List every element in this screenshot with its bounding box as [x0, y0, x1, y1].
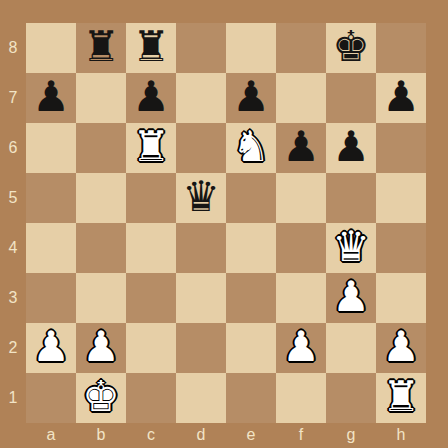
- square-h4[interactable]: [376, 223, 426, 273]
- square-d1[interactable]: [176, 373, 226, 423]
- square-a1[interactable]: [26, 373, 76, 423]
- black-rook-b8: ♜: [82, 26, 120, 68]
- square-e1[interactable]: [226, 373, 276, 423]
- black-pawn-a7: ♟: [32, 76, 70, 118]
- square-f5[interactable]: [276, 173, 326, 223]
- square-g7[interactable]: [326, 73, 376, 123]
- square-c7[interactable]: ♟: [126, 73, 176, 123]
- square-e7[interactable]: ♟: [226, 73, 276, 123]
- rank-label-8: 8: [0, 23, 26, 73]
- square-d6[interactable]: [176, 123, 226, 173]
- square-b5[interactable]: [76, 173, 126, 223]
- file-label-d: d: [176, 423, 226, 448]
- square-b2[interactable]: ♟: [76, 323, 126, 373]
- square-e3[interactable]: [226, 273, 276, 323]
- square-d5[interactable]: ♛: [176, 173, 226, 223]
- file-label-a: a: [26, 423, 76, 448]
- square-c3[interactable]: [126, 273, 176, 323]
- square-c1[interactable]: [126, 373, 176, 423]
- black-queen-d5: ♛: [182, 176, 220, 218]
- square-a3[interactable]: [26, 273, 76, 323]
- file-label-g: g: [326, 423, 376, 448]
- white-pawn-f2: ♟: [282, 326, 320, 368]
- white-rook-c6: ♜: [132, 126, 170, 168]
- square-a5[interactable]: [26, 173, 76, 223]
- square-e5[interactable]: [226, 173, 276, 223]
- black-king-g8: ♚: [332, 26, 370, 68]
- square-f1[interactable]: [276, 373, 326, 423]
- square-h7[interactable]: ♟: [376, 73, 426, 123]
- file-label-f: f: [276, 423, 326, 448]
- black-pawn-g6: ♟: [332, 126, 370, 168]
- rank-label-7: 7: [0, 73, 26, 123]
- square-e2[interactable]: [226, 323, 276, 373]
- square-c2[interactable]: [126, 323, 176, 373]
- white-queen-g4: ♛: [332, 226, 370, 268]
- square-b6[interactable]: [76, 123, 126, 173]
- square-h5[interactable]: [376, 173, 426, 223]
- white-pawn-g3: ♟: [332, 276, 370, 318]
- square-c8[interactable]: ♜: [126, 23, 176, 73]
- square-d2[interactable]: [176, 323, 226, 373]
- white-rook-h1: ♜: [382, 376, 420, 418]
- square-g1[interactable]: [326, 373, 376, 423]
- file-label-h: h: [376, 423, 426, 448]
- square-c4[interactable]: [126, 223, 176, 273]
- square-c6[interactable]: ♜: [126, 123, 176, 173]
- rank-label-6: 6: [0, 123, 26, 173]
- black-pawn-e7: ♟: [232, 76, 270, 118]
- rank-label-2: 2: [0, 323, 26, 373]
- square-c5[interactable]: [126, 173, 176, 223]
- rank-labels: 87654321: [0, 23, 26, 423]
- square-a6[interactable]: [26, 123, 76, 173]
- board-container: 87654321 ♜♜♚♟♟♟♟♜♞♟♟♛♛♟♟♟♟♟♚♜ abcdefgh: [0, 0, 448, 448]
- square-b8[interactable]: ♜: [76, 23, 126, 73]
- black-pawn-h7: ♟: [382, 76, 420, 118]
- black-rook-c8: ♜: [132, 26, 170, 68]
- rank-label-1: 1: [0, 373, 26, 423]
- white-knight-e6: ♞: [232, 126, 270, 168]
- square-b1[interactable]: ♚: [76, 373, 126, 423]
- file-label-b: b: [76, 423, 126, 448]
- square-b4[interactable]: [76, 223, 126, 273]
- square-g4[interactable]: ♛: [326, 223, 376, 273]
- square-f6[interactable]: ♟: [276, 123, 326, 173]
- square-h6[interactable]: [376, 123, 426, 173]
- square-h8[interactable]: [376, 23, 426, 73]
- square-h1[interactable]: ♜: [376, 373, 426, 423]
- square-g8[interactable]: ♚: [326, 23, 376, 73]
- square-e8[interactable]: [226, 23, 276, 73]
- square-a4[interactable]: [26, 223, 76, 273]
- square-h3[interactable]: [376, 273, 426, 323]
- black-pawn-f6: ♟: [282, 126, 320, 168]
- square-e4[interactable]: [226, 223, 276, 273]
- square-b7[interactable]: [76, 73, 126, 123]
- square-f8[interactable]: [276, 23, 326, 73]
- black-pawn-c7: ♟: [132, 76, 170, 118]
- square-g3[interactable]: ♟: [326, 273, 376, 323]
- square-f4[interactable]: [276, 223, 326, 273]
- white-pawn-a2: ♟: [32, 326, 70, 368]
- square-d4[interactable]: [176, 223, 226, 273]
- square-d8[interactable]: [176, 23, 226, 73]
- white-pawn-b2: ♟: [82, 326, 120, 368]
- rank-label-4: 4: [0, 223, 26, 273]
- square-g2[interactable]: [326, 323, 376, 373]
- file-label-e: e: [226, 423, 276, 448]
- square-g6[interactable]: ♟: [326, 123, 376, 173]
- square-d7[interactable]: [176, 73, 226, 123]
- square-a2[interactable]: ♟: [26, 323, 76, 373]
- file-label-c: c: [126, 423, 176, 448]
- white-king-b1: ♚: [82, 376, 120, 418]
- white-pawn-h2: ♟: [382, 326, 420, 368]
- square-b3[interactable]: [76, 273, 126, 323]
- square-f3[interactable]: [276, 273, 326, 323]
- square-f7[interactable]: [276, 73, 326, 123]
- square-h2[interactable]: ♟: [376, 323, 426, 373]
- rank-label-3: 3: [0, 273, 26, 323]
- square-d3[interactable]: [176, 273, 226, 323]
- square-e6[interactable]: ♞: [226, 123, 276, 173]
- chess-board: ♜♜♚♟♟♟♟♜♞♟♟♛♛♟♟♟♟♟♚♜: [26, 23, 426, 423]
- rank-label-5: 5: [0, 173, 26, 223]
- square-a8[interactable]: [26, 23, 76, 73]
- square-g5[interactable]: [326, 173, 376, 223]
- file-labels: abcdefgh: [26, 423, 426, 448]
- square-f2[interactable]: ♟: [276, 323, 326, 373]
- square-a7[interactable]: ♟: [26, 73, 76, 123]
